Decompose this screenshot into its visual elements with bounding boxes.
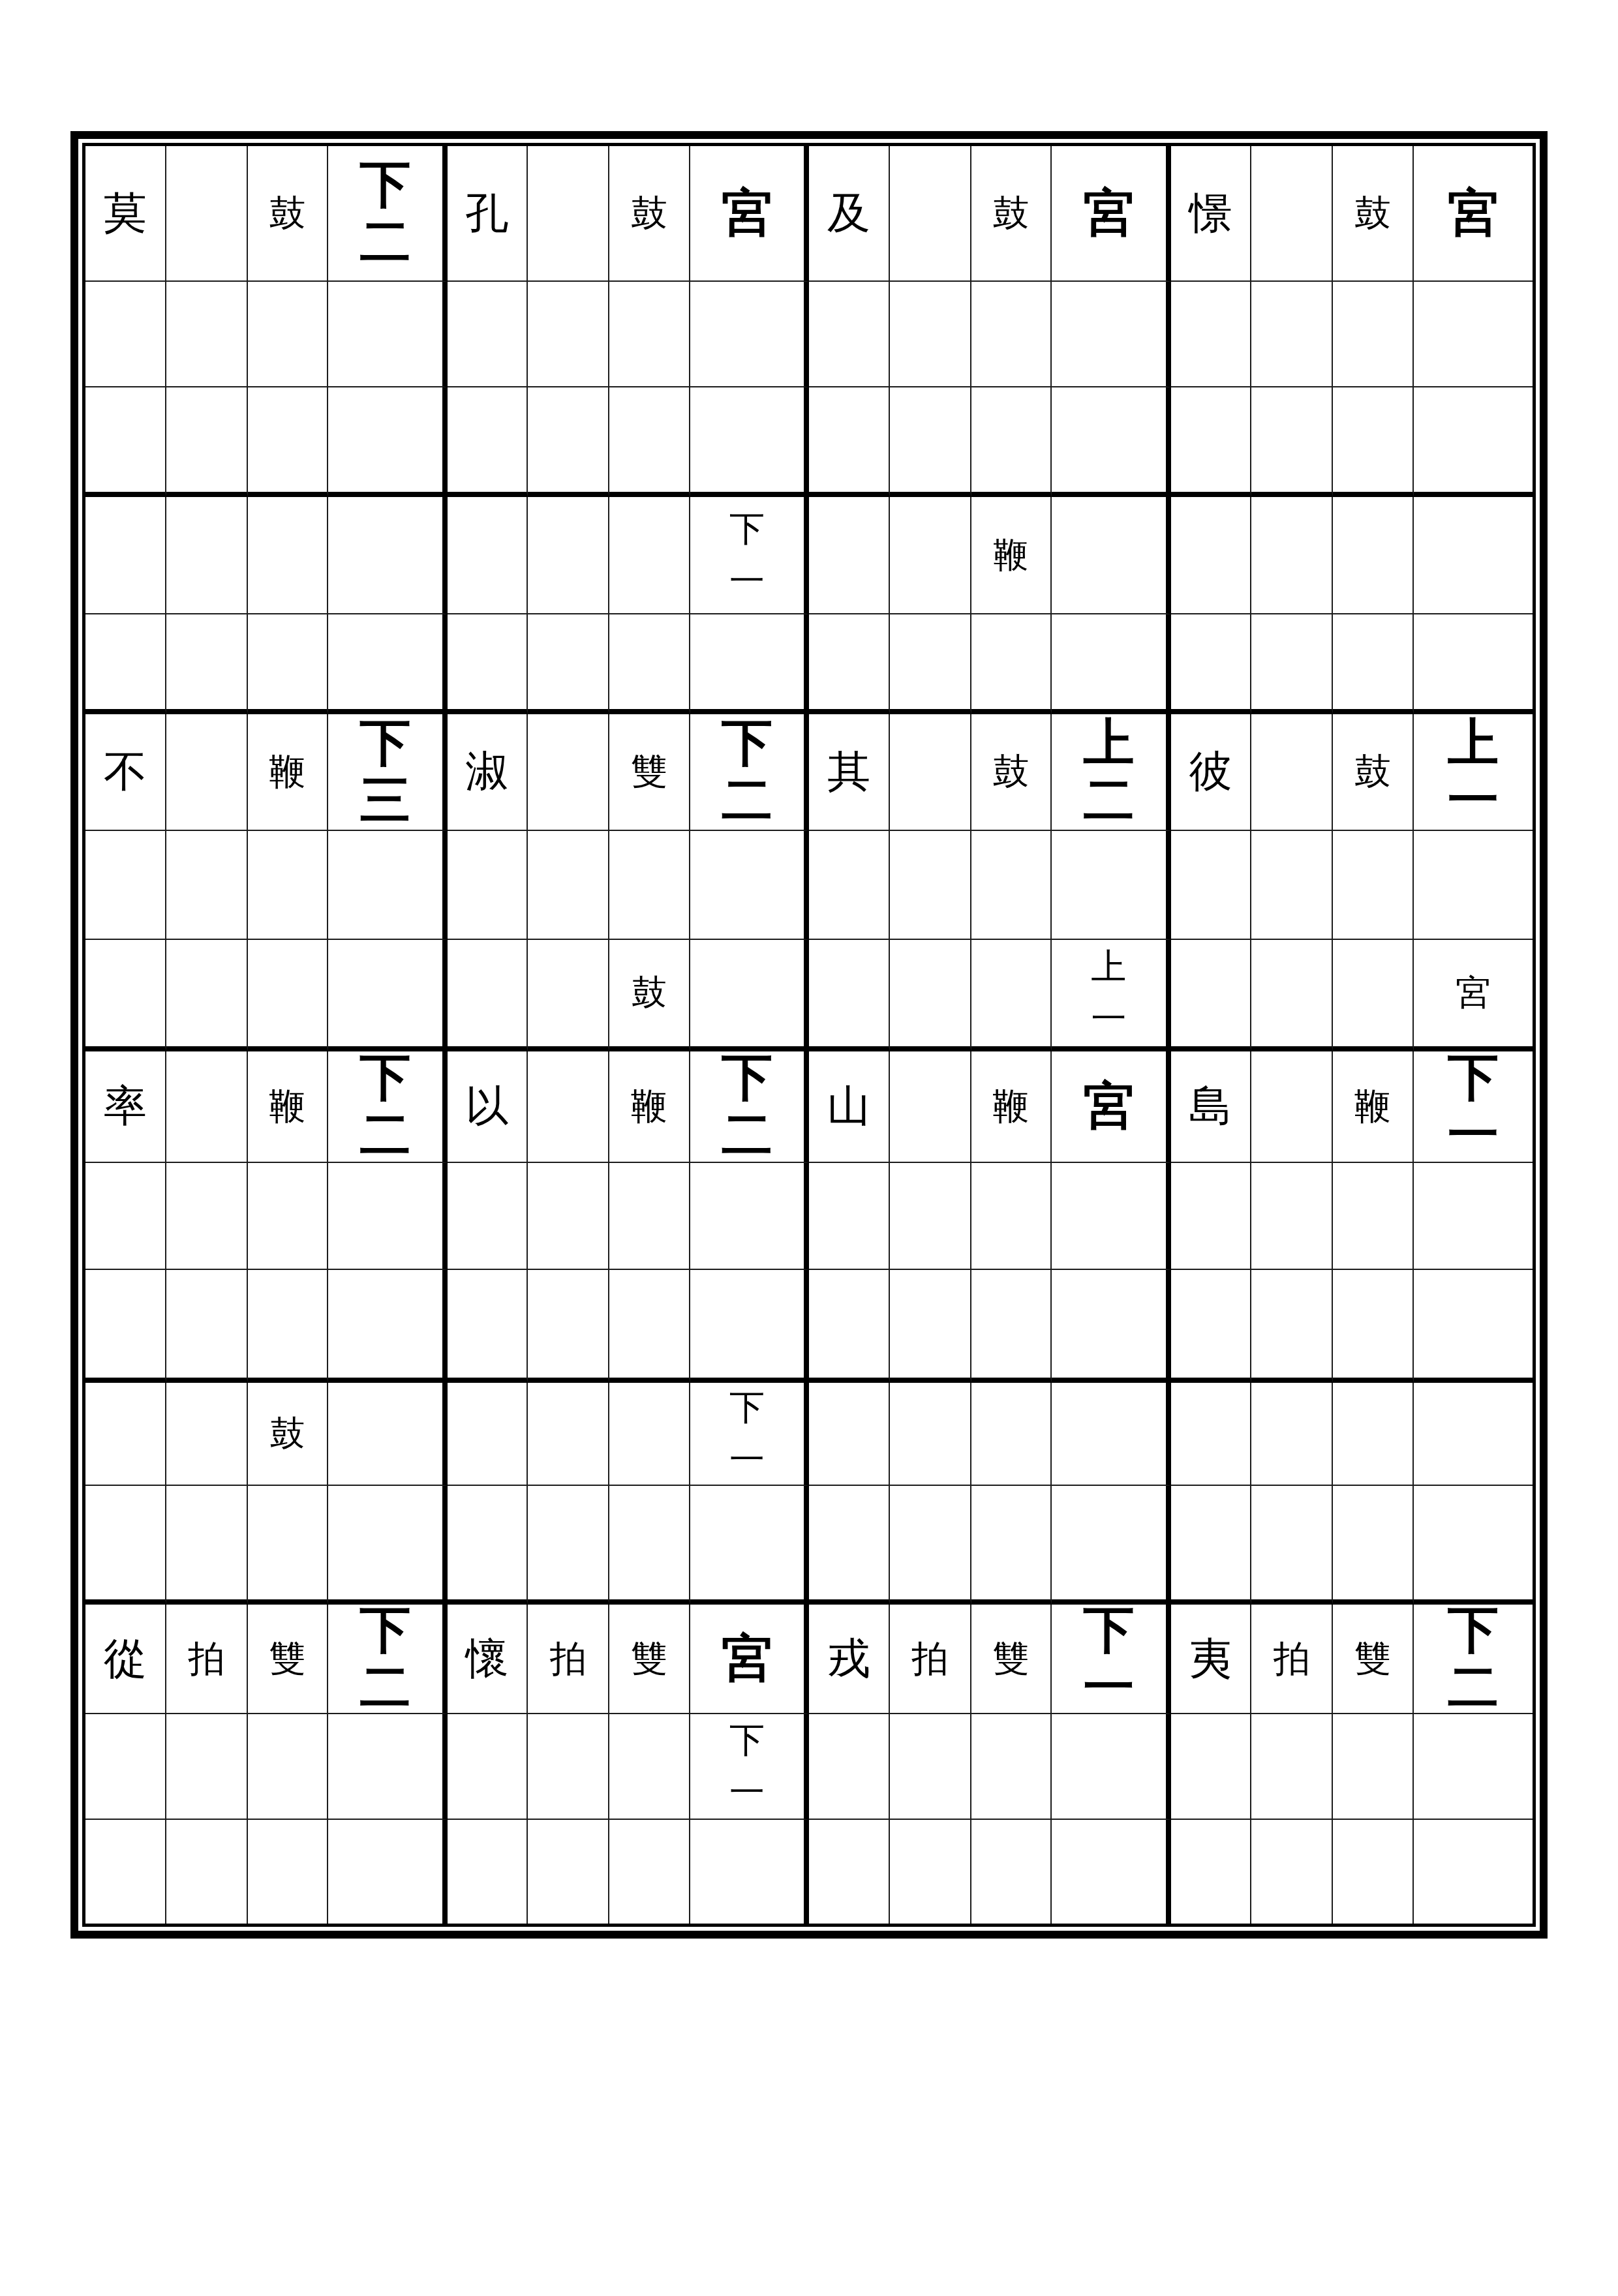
- cell-r7-c6: 鼓: [609, 940, 690, 1051]
- cell-r12-c13: [1251, 1486, 1333, 1605]
- cell-r8-c1: [166, 1051, 248, 1164]
- cell-r4-c8: [809, 614, 890, 714]
- cell-r14-c14: [1333, 1714, 1414, 1820]
- notation-character: 三: [359, 775, 410, 826]
- cell-r3-c14: [1333, 497, 1414, 614]
- cell-r12-c0: [85, 1486, 166, 1605]
- percussion-mark: 拍: [550, 1640, 587, 1677]
- cell-r11-c9: [890, 1383, 971, 1486]
- grace-note: 下一: [729, 511, 765, 599]
- cell-r6-c8: [809, 831, 890, 940]
- cell-r9-c2: [248, 1163, 329, 1270]
- cell-r10-c12: [1171, 1270, 1252, 1383]
- cell-r2-c13: [1251, 387, 1333, 497]
- cell-r7-c11: 上一: [1052, 940, 1170, 1051]
- cell-r14-c11: [1052, 1714, 1170, 1820]
- notation-character: 及: [827, 192, 870, 235]
- notation-character: 下: [729, 511, 765, 547]
- lyric-char: 其: [827, 750, 870, 793]
- notation-character: 拍: [550, 1640, 587, 1677]
- cell-r9-c12: [1171, 1163, 1252, 1270]
- cell-r14-c6: [609, 1714, 690, 1820]
- cell-r15-c0: [85, 1820, 166, 1924]
- cell-r6-c14: [1333, 831, 1414, 940]
- lyric-char: 率: [104, 1085, 147, 1128]
- notation-character: 拍: [1274, 1640, 1310, 1677]
- pitch-mark: 下三: [359, 717, 410, 826]
- lyric-char: 山: [827, 1085, 870, 1128]
- cell-r9-c7: [690, 1163, 809, 1270]
- cell-r6-c9: [890, 831, 971, 940]
- cell-r5-c7: 下二: [690, 714, 809, 831]
- cell-r5-c15: 上一: [1414, 714, 1533, 831]
- cell-r5-c13: [1251, 714, 1333, 831]
- cell-r13-c8: 戎: [809, 1605, 890, 1714]
- pitch-mark: 下二: [1448, 1605, 1499, 1713]
- notation-character: 不: [104, 750, 147, 793]
- notation-character: 雙: [1354, 1640, 1391, 1677]
- cell-r3-c10: 鞭: [971, 497, 1052, 614]
- cell-r9-c5: [528, 1163, 609, 1270]
- cell-r15-c9: [890, 1820, 971, 1924]
- cell-r8-c5: [528, 1051, 609, 1164]
- notation-character: 莫: [104, 192, 147, 235]
- cell-r14-c12: [1171, 1714, 1252, 1820]
- grace-note: 下一: [729, 1723, 765, 1810]
- cell-r13-c3: 下二: [328, 1605, 447, 1714]
- cell-r14-c3: [328, 1714, 447, 1820]
- notation-character: 一: [729, 1775, 765, 1810]
- cell-r3-c7: 下一: [690, 497, 809, 614]
- cell-r8-c0: 率: [85, 1051, 166, 1164]
- notation-character: 戎: [827, 1637, 870, 1680]
- lyric-char: 孔: [465, 192, 508, 235]
- cell-r12-c8: [809, 1486, 890, 1605]
- cell-r3-c12: [1171, 497, 1252, 614]
- cell-r14-c10: [971, 1714, 1052, 1820]
- cell-r1-c9: [890, 282, 971, 387]
- cell-r1-c12: [1171, 282, 1252, 387]
- cell-r12-c3: [328, 1486, 447, 1605]
- cell-r12-c10: [971, 1486, 1052, 1605]
- cell-r12-c1: [166, 1486, 248, 1605]
- cell-r3-c3: [328, 497, 447, 614]
- grace-note: 下一: [729, 1390, 765, 1477]
- notation-character: 雙: [631, 1640, 667, 1677]
- cell-r13-c14: 雙: [1333, 1605, 1414, 1714]
- cell-r10-c10: [971, 1270, 1052, 1383]
- percussion-mark: 鞭: [269, 753, 305, 790]
- cell-r3-c13: [1251, 497, 1333, 614]
- cell-r9-c8: [809, 1163, 890, 1270]
- cell-r14-c1: [166, 1714, 248, 1820]
- percussion-mark: 雙: [992, 1640, 1029, 1677]
- cell-r0-c3: 下二: [328, 146, 447, 282]
- cell-r15-c7: [690, 1820, 809, 1924]
- notation-character: 下: [359, 1052, 410, 1103]
- percussion-mark: 鼓: [1354, 753, 1391, 790]
- notation-character: 拍: [188, 1640, 224, 1677]
- cell-r1-c1: [166, 282, 248, 387]
- cell-r10-c5: [528, 1270, 609, 1383]
- cell-r6-c10: [971, 831, 1052, 940]
- notation-character: 彼: [1189, 750, 1232, 793]
- cell-r8-c8: 山: [809, 1051, 890, 1164]
- notation-character: 懷: [465, 1637, 508, 1680]
- lyric-char: 莫: [104, 192, 147, 235]
- notation-character: 下: [359, 717, 410, 768]
- cell-r7-c10: [971, 940, 1052, 1051]
- grace-note: 鼓: [632, 975, 667, 1010]
- pitch-mark: 下一: [1448, 1052, 1499, 1160]
- cell-r12-c11: [1052, 1486, 1170, 1605]
- cell-r15-c1: [166, 1820, 248, 1924]
- cell-r15-c4: [448, 1820, 528, 1924]
- notation-character: 二: [722, 775, 772, 826]
- cell-r0-c0: 莫: [85, 146, 166, 282]
- notation-character: 鞭: [992, 1088, 1029, 1125]
- notation-character: 下: [722, 717, 772, 768]
- cell-r12-c9: [890, 1486, 971, 1605]
- notation-character: 二: [1448, 1662, 1499, 1713]
- notation-character: 鼓: [992, 753, 1029, 790]
- cell-r5-c3: 下三: [328, 714, 447, 831]
- cell-r13-c11: 下一: [1052, 1605, 1170, 1714]
- cell-r0-c11: 宮: [1052, 146, 1170, 282]
- cell-r11-c6: [609, 1383, 690, 1486]
- lyric-char: 島: [1189, 1085, 1232, 1128]
- notation-character: 宮: [1083, 188, 1134, 239]
- cell-r6-c15: [1414, 831, 1533, 940]
- notation-character: 下: [359, 159, 410, 210]
- cell-r5-c10: 鼓: [971, 714, 1052, 831]
- cell-r7-c1: [166, 940, 248, 1051]
- cell-r0-c6: 鼓: [609, 146, 690, 282]
- cell-r11-c15: [1414, 1383, 1533, 1486]
- grace-note: 上一: [1091, 949, 1126, 1036]
- cell-r3-c5: [528, 497, 609, 614]
- notation-character: 一: [1083, 1662, 1134, 1713]
- cell-r6-c12: [1171, 831, 1252, 940]
- cell-r11-c13: [1251, 1383, 1333, 1486]
- notation-character: 鼓: [269, 1416, 305, 1451]
- cell-r13-c6: 雙: [609, 1605, 690, 1714]
- cell-r5-c9: [890, 714, 971, 831]
- lyric-char: 夷: [1189, 1637, 1232, 1680]
- cell-r1-c3: [328, 282, 447, 387]
- notation-character: 其: [827, 750, 870, 793]
- cell-r8-c11: 宮: [1052, 1051, 1170, 1164]
- percussion-mark: 雙: [269, 1640, 305, 1677]
- percussion-mark: 鼓: [992, 753, 1029, 790]
- cell-r12-c2: [248, 1486, 329, 1605]
- cell-r9-c4: [448, 1163, 528, 1270]
- notation-character: 二: [1083, 775, 1134, 826]
- cell-r15-c13: [1251, 1820, 1333, 1924]
- cell-r8-c10: 鞭: [971, 1051, 1052, 1164]
- cell-r0-c14: 鼓: [1333, 146, 1414, 282]
- lyric-char: 戎: [827, 1637, 870, 1680]
- notation-character: 下: [1448, 1605, 1499, 1655]
- cell-r0-c12: 憬: [1171, 146, 1252, 282]
- cell-r4-c11: [1052, 614, 1170, 714]
- cell-r7-c4: [448, 940, 528, 1051]
- grace-note: 宮: [1456, 975, 1491, 1010]
- cell-r3-c6: [609, 497, 690, 614]
- cell-r10-c8: [809, 1270, 890, 1383]
- cell-r7-c3: [328, 940, 447, 1051]
- cell-r7-c2: [248, 940, 329, 1051]
- cell-r6-c1: [166, 831, 248, 940]
- percussion-mark: 雙: [1354, 1640, 1391, 1677]
- cell-r5-c12: 彼: [1171, 714, 1252, 831]
- cell-r9-c0: [85, 1163, 166, 1270]
- cell-r4-c10: [971, 614, 1052, 714]
- cell-r13-c15: 下二: [1414, 1605, 1533, 1714]
- notation-character: 夷: [1189, 1637, 1232, 1680]
- cell-r1-c2: [248, 282, 329, 387]
- cell-r10-c14: [1333, 1270, 1414, 1383]
- cell-r6-c0: [85, 831, 166, 940]
- notation-character: 下: [729, 1390, 765, 1425]
- cell-r9-c6: [609, 1163, 690, 1270]
- notation-character: 鼓: [992, 195, 1029, 232]
- cell-r6-c13: [1251, 831, 1333, 940]
- cell-r5-c1: [166, 714, 248, 831]
- notation-character: 鞭: [269, 753, 305, 790]
- cell-r5-c6: 雙: [609, 714, 690, 831]
- cell-r6-c5: [528, 831, 609, 940]
- cell-r11-c14: [1333, 1383, 1414, 1486]
- notation-character: 二: [722, 1110, 772, 1160]
- pitch-mark: 下一: [1083, 1605, 1134, 1713]
- lyric-char: 憬: [1189, 192, 1232, 235]
- notation-character: 鼓: [632, 975, 667, 1010]
- cell-r14-c13: [1251, 1714, 1333, 1820]
- cell-r9-c14: [1333, 1163, 1414, 1270]
- notation-character: 上: [1091, 949, 1126, 984]
- cell-r4-c1: [166, 614, 248, 714]
- pitch-mark: 下二: [359, 1052, 410, 1160]
- pitch-mark: 宮: [722, 1633, 772, 1684]
- notation-character: 鞭: [631, 1088, 667, 1125]
- notation-character: 鼓: [631, 195, 667, 232]
- notation-character: 島: [1189, 1085, 1232, 1128]
- cell-r8-c3: 下二: [328, 1051, 447, 1164]
- grace-note: 鼓: [269, 1416, 305, 1451]
- cell-r14-c2: [248, 1714, 329, 1820]
- cell-r5-c2: 鞭: [248, 714, 329, 831]
- cell-r6-c7: [690, 831, 809, 940]
- cell-r11-c1: [166, 1383, 248, 1486]
- cell-r12-c14: [1333, 1486, 1414, 1605]
- cell-r7-c8: [809, 940, 890, 1051]
- notation-character: 以: [465, 1085, 508, 1128]
- notation-character: 宮: [1448, 188, 1499, 239]
- cell-r10-c2: [248, 1270, 329, 1383]
- cell-r15-c11: [1052, 1820, 1170, 1924]
- pitch-mark: 下二: [359, 159, 410, 267]
- cell-r15-c15: [1414, 1820, 1533, 1924]
- cell-r3-c11: [1052, 497, 1170, 614]
- cell-r3-c1: [166, 497, 248, 614]
- cell-r0-c2: 鼓: [248, 146, 329, 282]
- cell-r2-c7: [690, 387, 809, 497]
- cell-r3-c0: [85, 497, 166, 614]
- percussion-mark: 鼓: [992, 195, 1029, 232]
- cell-r3-c2: [248, 497, 329, 614]
- cell-r11-c12: [1171, 1383, 1252, 1486]
- cell-r8-c13: [1251, 1051, 1333, 1164]
- cell-r6-c2: [248, 831, 329, 940]
- cell-r13-c4: 懷: [448, 1605, 528, 1714]
- lyric-char: 懷: [465, 1637, 508, 1680]
- notation-character: 下: [729, 1723, 765, 1758]
- notation-character: 一: [1448, 1110, 1499, 1160]
- cell-r5-c5: [528, 714, 609, 831]
- score-grid: 莫鼓下二孔鼓宮及鼓宮憬鼓宮下一鞭不鞭下三淑雙下二其鼓上二彼鼓上一鼓上一宮率鞭下二…: [85, 146, 1533, 1924]
- cell-r12-c12: [1171, 1486, 1252, 1605]
- cell-r1-c10: [971, 282, 1052, 387]
- percussion-mark: 拍: [1274, 1640, 1310, 1677]
- cell-r5-c0: 不: [85, 714, 166, 831]
- cell-r15-c8: [809, 1820, 890, 1924]
- cell-r10-c11: [1052, 1270, 1170, 1383]
- cell-r4-c7: [690, 614, 809, 714]
- cell-r0-c13: [1251, 146, 1333, 282]
- cell-r13-c5: 拍: [528, 1605, 609, 1714]
- cell-r14-c9: [890, 1714, 971, 1820]
- cell-r1-c7: [690, 282, 809, 387]
- notation-character: 憬: [1189, 192, 1232, 235]
- cell-r15-c12: [1171, 1820, 1252, 1924]
- lyric-char: 以: [465, 1085, 508, 1128]
- notation-character: 宮: [1083, 1081, 1134, 1132]
- cell-r1-c6: [609, 282, 690, 387]
- cell-r6-c4: [448, 831, 528, 940]
- lyric-char: 不: [104, 750, 147, 793]
- notation-character: 宮: [1456, 975, 1491, 1010]
- cell-r10-c0: [85, 1270, 166, 1383]
- cell-r8-c12: 島: [1171, 1051, 1252, 1164]
- cell-r15-c2: [248, 1820, 329, 1924]
- pitch-mark: 宮: [1448, 188, 1499, 239]
- cell-r9-c15: [1414, 1163, 1533, 1270]
- cell-r13-c0: 從: [85, 1605, 166, 1714]
- lyric-char: 及: [827, 192, 870, 235]
- cell-r4-c6: [609, 614, 690, 714]
- notation-character: 一: [1448, 775, 1499, 826]
- cell-r13-c2: 雙: [248, 1605, 329, 1714]
- pitch-mark: 上一: [1448, 717, 1499, 826]
- cell-r8-c7: 下二: [690, 1051, 809, 1164]
- percussion-mark: 鞭: [631, 1088, 667, 1125]
- percussion-mark: 鞭: [992, 1088, 1029, 1125]
- cell-r10-c15: [1414, 1270, 1533, 1383]
- notation-character: 雙: [992, 1640, 1029, 1677]
- cell-r3-c15: [1414, 497, 1533, 614]
- cell-r2-c11: [1052, 387, 1170, 497]
- percussion-mark: 鞭: [1354, 1088, 1391, 1125]
- pitch-mark: 下二: [722, 717, 772, 826]
- percussion-mark: 拍: [188, 1640, 224, 1677]
- cell-r2-c12: [1171, 387, 1252, 497]
- cell-r13-c13: 拍: [1251, 1605, 1333, 1714]
- cell-r4-c12: [1171, 614, 1252, 714]
- cell-r11-c0: [85, 1383, 166, 1486]
- pitch-mark: 宮: [1083, 1081, 1134, 1132]
- cell-r13-c1: 拍: [166, 1605, 248, 1714]
- cell-r15-c3: [328, 1820, 447, 1924]
- percussion-mark: 鞭: [269, 1088, 305, 1125]
- cell-r10-c13: [1251, 1270, 1333, 1383]
- cell-r8-c4: 以: [448, 1051, 528, 1164]
- cell-r0-c5: [528, 146, 609, 282]
- notation-character: 率: [104, 1085, 147, 1128]
- notation-character: 淑: [465, 750, 508, 793]
- notation-character: 從: [104, 1637, 147, 1680]
- percussion-mark: 鼓: [631, 195, 667, 232]
- cell-r11-c3: [328, 1383, 447, 1486]
- cell-r4-c15: [1414, 614, 1533, 714]
- percussion-mark: 拍: [911, 1640, 948, 1677]
- cell-r4-c5: [528, 614, 609, 714]
- percussion-mark: 鼓: [269, 195, 305, 232]
- cell-r11-c4: [448, 1383, 528, 1486]
- cell-r7-c13: [1251, 940, 1333, 1051]
- cell-r2-c9: [890, 387, 971, 497]
- cell-r11-c5: [528, 1383, 609, 1486]
- lyric-char: 彼: [1189, 750, 1232, 793]
- cell-r11-c2: 鼓: [248, 1383, 329, 1486]
- cell-r4-c0: [85, 614, 166, 714]
- cell-r14-c7: 下一: [690, 1714, 809, 1820]
- notation-character: 鼓: [1354, 753, 1391, 790]
- percussion-mark: 雙: [631, 753, 667, 790]
- cell-r4-c13: [1251, 614, 1333, 714]
- cell-r9-c10: [971, 1163, 1052, 1270]
- cell-r8-c6: 鞭: [609, 1051, 690, 1164]
- cell-r7-c5: [528, 940, 609, 1051]
- score-inner-frame: 莫鼓下二孔鼓宮及鼓宮憬鼓宮下一鞭不鞭下三淑雙下二其鼓上二彼鼓上一鼓上一宮率鞭下二…: [82, 143, 1536, 1927]
- pitch-mark: 下二: [359, 1605, 410, 1713]
- cell-r8-c2: 鞭: [248, 1051, 329, 1164]
- cell-r5-c8: 其: [809, 714, 890, 831]
- cell-r15-c6: [609, 1820, 690, 1924]
- cell-r5-c11: 上二: [1052, 714, 1170, 831]
- pitch-mark: 下二: [722, 1052, 772, 1160]
- notation-character: 鞭: [1354, 1088, 1391, 1125]
- cell-r11-c8: [809, 1383, 890, 1486]
- notation-character: 鼓: [1354, 195, 1391, 232]
- notation-character: 下: [722, 1052, 772, 1103]
- notation-character: 鞭: [269, 1088, 305, 1125]
- cell-r1-c11: [1052, 282, 1170, 387]
- cell-r10-c1: [166, 1270, 248, 1383]
- cell-r10-c3: [328, 1270, 447, 1383]
- notation-character: 二: [359, 1662, 410, 1713]
- percussion-mark: 雙: [631, 1640, 667, 1677]
- cell-r4-c9: [890, 614, 971, 714]
- cell-r9-c9: [890, 1163, 971, 1270]
- cell-r2-c2: [248, 387, 329, 497]
- cell-r9-c13: [1251, 1163, 1333, 1270]
- cell-r12-c5: [528, 1486, 609, 1605]
- cell-r15-c5: [528, 1820, 609, 1924]
- cell-r0-c4: 孔: [448, 146, 528, 282]
- cell-r6-c11: [1052, 831, 1170, 940]
- cell-r8-c15: 下一: [1414, 1051, 1533, 1164]
